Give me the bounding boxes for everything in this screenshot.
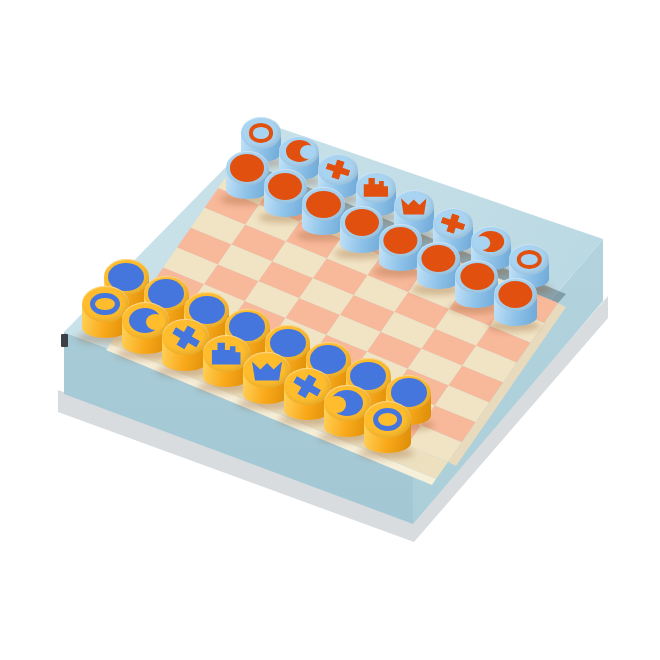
piece-blue-pawn[interactable] <box>494 278 537 332</box>
piece-top-face <box>433 208 473 239</box>
pawn-disc-icon <box>498 281 532 308</box>
piece-blue-pawn[interactable] <box>455 260 498 314</box>
piece-top-face <box>471 226 511 257</box>
pawn-disc-icon <box>268 173 302 200</box>
bishop-cross-icon <box>323 156 352 182</box>
piece-top-face <box>494 278 537 312</box>
piece-blue-pawn[interactable] <box>226 151 269 205</box>
piece-blue-pawn[interactable] <box>302 187 345 241</box>
knight-crescent-icon <box>477 231 504 253</box>
piece-blue-pawn[interactable] <box>264 169 307 223</box>
pawn-disc-icon <box>306 191 340 218</box>
product-photo-stage: rnbqkbnr/pppppppp/8/8/8/8/PPPPPPPP/RNBQK… <box>0 0 660 660</box>
rook-ring-icon <box>517 250 542 269</box>
pawn-disc-icon <box>230 154 264 181</box>
rook-ring-icon <box>90 293 119 316</box>
piece-blue-pawn[interactable] <box>417 242 460 296</box>
knight-crescent-icon <box>286 140 313 162</box>
queen-crown-icon <box>252 358 282 382</box>
piece-top-face <box>340 206 383 240</box>
bishop-cross-icon <box>168 320 204 354</box>
crescent-bite <box>474 236 490 250</box>
queen-crown-icon <box>401 195 427 215</box>
piece-top-face <box>226 151 269 185</box>
pawn-disc-icon <box>345 209 379 236</box>
piece-yellow-rook[interactable] <box>364 401 411 459</box>
pawn-disc-icon <box>460 263 494 290</box>
piece-blue-pawn[interactable] <box>379 224 422 278</box>
piece-top-face <box>241 117 281 148</box>
knight-crescent-icon <box>129 308 161 333</box>
piece-top-face <box>279 136 319 167</box>
bishop-cross-icon <box>289 370 325 404</box>
chess-set-scene <box>0 0 660 660</box>
piece-top-face <box>379 224 422 258</box>
king-castle-icon <box>211 341 242 365</box>
crescent-bite <box>300 145 316 159</box>
bishop-cross-icon <box>438 211 467 237</box>
pawn-disc-icon <box>421 245 455 272</box>
piece-top-face <box>318 154 358 185</box>
piece-top-face <box>364 401 411 438</box>
piece-blue-pawn[interactable] <box>340 206 383 260</box>
pawn-disc-icon <box>383 227 417 254</box>
piece-top-face <box>356 172 396 203</box>
knight-crescent-icon <box>331 390 363 415</box>
lid-slot <box>61 334 68 347</box>
piece-top-face <box>394 190 434 221</box>
piece-top-face <box>302 187 345 221</box>
king-castle-icon <box>363 177 389 198</box>
rook-ring-icon <box>373 408 402 431</box>
rook-ring-icon <box>249 123 274 142</box>
piece-top-face <box>417 242 460 276</box>
piece-top-face <box>264 169 307 203</box>
